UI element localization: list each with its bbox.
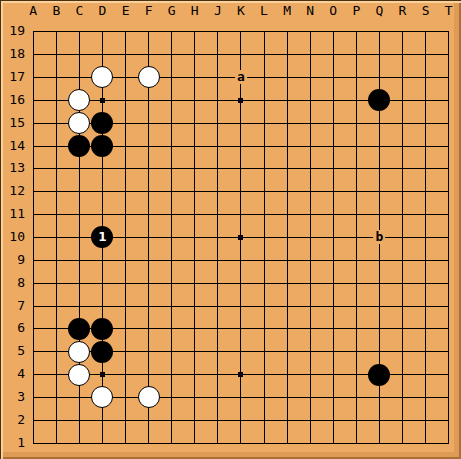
intersection-B15[interactable] <box>45 112 68 135</box>
intersection-R15[interactable] <box>391 112 414 135</box>
intersection-C12[interactable] <box>68 180 91 203</box>
intersection-K7[interactable] <box>229 295 252 318</box>
intersection-E16[interactable] <box>114 89 137 112</box>
intersection-B8[interactable] <box>45 272 68 295</box>
intersection-F10[interactable] <box>137 226 160 249</box>
intersection-C8[interactable] <box>68 272 91 295</box>
intersection-T3[interactable] <box>437 386 460 409</box>
intersection-F11[interactable] <box>137 203 160 226</box>
intersection-T12[interactable] <box>437 180 460 203</box>
intersection-E13[interactable] <box>114 157 137 180</box>
intersection-K18[interactable] <box>229 43 252 66</box>
intersection-F4[interactable] <box>137 363 160 386</box>
intersection-J8[interactable] <box>206 272 229 295</box>
intersection-R12[interactable] <box>391 180 414 203</box>
intersection-P12[interactable] <box>345 180 368 203</box>
intersection-J13[interactable] <box>206 157 229 180</box>
intersection-J12[interactable] <box>206 180 229 203</box>
intersection-T11[interactable] <box>437 203 460 226</box>
intersection-O4[interactable] <box>322 363 345 386</box>
intersection-A3[interactable] <box>22 386 45 409</box>
intersection-C16[interactable] <box>68 89 91 112</box>
intersection-P8[interactable] <box>345 272 368 295</box>
intersection-N1[interactable] <box>299 432 322 455</box>
intersection-A6[interactable] <box>22 317 45 340</box>
intersection-S8[interactable] <box>414 272 437 295</box>
intersection-R6[interactable] <box>391 317 414 340</box>
intersection-P2[interactable] <box>345 409 368 432</box>
intersection-N9[interactable] <box>299 249 322 272</box>
intersection-J17[interactable] <box>206 66 229 89</box>
intersection-S12[interactable] <box>414 180 437 203</box>
intersection-R5[interactable] <box>391 340 414 363</box>
intersection-S10[interactable] <box>414 226 437 249</box>
intersection-J18[interactable] <box>206 43 229 66</box>
intersection-Q4[interactable] <box>368 363 391 386</box>
intersection-P19[interactable] <box>345 20 368 43</box>
intersection-B11[interactable] <box>45 203 68 226</box>
intersection-J3[interactable] <box>206 386 229 409</box>
intersection-D9[interactable] <box>91 249 114 272</box>
intersection-H4[interactable] <box>183 363 206 386</box>
intersection-L16[interactable] <box>252 89 275 112</box>
intersection-C15[interactable] <box>68 112 91 135</box>
intersection-B19[interactable] <box>45 20 68 43</box>
intersection-M11[interactable] <box>276 203 299 226</box>
intersection-C1[interactable] <box>68 432 91 455</box>
intersection-G12[interactable] <box>160 180 183 203</box>
intersection-E7[interactable] <box>114 295 137 318</box>
intersection-K12[interactable] <box>229 180 252 203</box>
intersection-O17[interactable] <box>322 66 345 89</box>
intersection-J10[interactable] <box>206 226 229 249</box>
intersection-L14[interactable] <box>252 135 275 158</box>
intersection-Q12[interactable] <box>368 180 391 203</box>
intersection-O9[interactable] <box>322 249 345 272</box>
intersection-G8[interactable] <box>160 272 183 295</box>
intersection-Q13[interactable] <box>368 157 391 180</box>
intersection-G16[interactable] <box>160 89 183 112</box>
intersection-R2[interactable] <box>391 409 414 432</box>
intersection-E6[interactable] <box>114 317 137 340</box>
intersection-Q16[interactable] <box>368 89 391 112</box>
intersection-P10[interactable] <box>345 226 368 249</box>
intersection-K8[interactable] <box>229 272 252 295</box>
intersection-T4[interactable] <box>437 363 460 386</box>
intersection-K14[interactable] <box>229 135 252 158</box>
intersection-D7[interactable] <box>91 295 114 318</box>
intersection-O2[interactable] <box>322 409 345 432</box>
intersection-R11[interactable] <box>391 203 414 226</box>
intersection-D15[interactable] <box>91 112 114 135</box>
intersection-L2[interactable] <box>252 409 275 432</box>
intersection-H3[interactable] <box>183 386 206 409</box>
intersection-R4[interactable] <box>391 363 414 386</box>
intersection-Q7[interactable] <box>368 295 391 318</box>
intersection-S2[interactable] <box>414 409 437 432</box>
intersection-D6[interactable] <box>91 317 114 340</box>
intersection-S15[interactable] <box>414 112 437 135</box>
intersection-T15[interactable] <box>437 112 460 135</box>
intersection-F16[interactable] <box>137 89 160 112</box>
intersection-B13[interactable] <box>45 157 68 180</box>
intersection-H8[interactable] <box>183 272 206 295</box>
intersection-A8[interactable] <box>22 272 45 295</box>
intersection-T18[interactable] <box>437 43 460 66</box>
intersection-N7[interactable] <box>299 295 322 318</box>
intersection-A15[interactable] <box>22 112 45 135</box>
intersection-G13[interactable] <box>160 157 183 180</box>
intersection-R14[interactable] <box>391 135 414 158</box>
intersection-G1[interactable] <box>160 432 183 455</box>
intersection-P15[interactable] <box>345 112 368 135</box>
intersection-A10[interactable] <box>22 226 45 249</box>
intersection-J7[interactable] <box>206 295 229 318</box>
intersection-N14[interactable] <box>299 135 322 158</box>
intersection-D17[interactable] <box>91 66 114 89</box>
intersection-M14[interactable] <box>276 135 299 158</box>
intersection-C19[interactable] <box>68 20 91 43</box>
intersection-R10[interactable] <box>391 226 414 249</box>
intersection-A5[interactable] <box>22 340 45 363</box>
intersection-S16[interactable] <box>414 89 437 112</box>
intersection-A2[interactable] <box>22 409 45 432</box>
intersection-Q10[interactable]: b <box>368 226 391 249</box>
intersection-G9[interactable] <box>160 249 183 272</box>
intersection-M17[interactable] <box>276 66 299 89</box>
intersection-Q3[interactable] <box>368 386 391 409</box>
intersection-B1[interactable] <box>45 432 68 455</box>
intersection-E17[interactable] <box>114 66 137 89</box>
intersection-P4[interactable] <box>345 363 368 386</box>
intersection-T5[interactable] <box>437 340 460 363</box>
intersection-H9[interactable] <box>183 249 206 272</box>
intersection-O3[interactable] <box>322 386 345 409</box>
intersection-G18[interactable] <box>160 43 183 66</box>
intersection-P17[interactable] <box>345 66 368 89</box>
intersection-L19[interactable] <box>252 20 275 43</box>
intersection-O12[interactable] <box>322 180 345 203</box>
intersection-P9[interactable] <box>345 249 368 272</box>
intersection-Q18[interactable] <box>368 43 391 66</box>
intersection-J6[interactable] <box>206 317 229 340</box>
intersection-M9[interactable] <box>276 249 299 272</box>
intersection-L5[interactable] <box>252 340 275 363</box>
intersection-K3[interactable] <box>229 386 252 409</box>
intersection-J14[interactable] <box>206 135 229 158</box>
intersection-C18[interactable] <box>68 43 91 66</box>
intersection-E1[interactable] <box>114 432 137 455</box>
intersection-N12[interactable] <box>299 180 322 203</box>
intersection-R13[interactable] <box>391 157 414 180</box>
intersection-R8[interactable] <box>391 272 414 295</box>
intersection-F7[interactable] <box>137 295 160 318</box>
intersection-M1[interactable] <box>276 432 299 455</box>
intersection-S13[interactable] <box>414 157 437 180</box>
intersection-O8[interactable] <box>322 272 345 295</box>
intersection-A14[interactable] <box>22 135 45 158</box>
intersection-K11[interactable] <box>229 203 252 226</box>
intersection-S18[interactable] <box>414 43 437 66</box>
intersection-C13[interactable] <box>68 157 91 180</box>
intersection-A1[interactable] <box>22 432 45 455</box>
intersection-R7[interactable] <box>391 295 414 318</box>
intersection-F14[interactable] <box>137 135 160 158</box>
intersection-O1[interactable] <box>322 432 345 455</box>
intersection-N4[interactable] <box>299 363 322 386</box>
intersection-L13[interactable] <box>252 157 275 180</box>
intersection-M19[interactable] <box>276 20 299 43</box>
intersection-G14[interactable] <box>160 135 183 158</box>
intersection-K19[interactable] <box>229 20 252 43</box>
intersection-H7[interactable] <box>183 295 206 318</box>
intersection-E4[interactable] <box>114 363 137 386</box>
intersection-F9[interactable] <box>137 249 160 272</box>
intersection-C10[interactable] <box>68 226 91 249</box>
intersection-T2[interactable] <box>437 409 460 432</box>
intersection-K16[interactable] <box>229 89 252 112</box>
intersection-N6[interactable] <box>299 317 322 340</box>
intersection-Q15[interactable] <box>368 112 391 135</box>
intersection-G11[interactable] <box>160 203 183 226</box>
intersection-L9[interactable] <box>252 249 275 272</box>
intersection-B4[interactable] <box>45 363 68 386</box>
intersection-T8[interactable] <box>437 272 460 295</box>
intersection-F5[interactable] <box>137 340 160 363</box>
intersection-B2[interactable] <box>45 409 68 432</box>
intersection-L17[interactable] <box>252 66 275 89</box>
intersection-O16[interactable] <box>322 89 345 112</box>
intersection-G19[interactable] <box>160 20 183 43</box>
intersection-L11[interactable] <box>252 203 275 226</box>
intersection-P16[interactable] <box>345 89 368 112</box>
intersection-N11[interactable] <box>299 203 322 226</box>
intersection-M12[interactable] <box>276 180 299 203</box>
intersection-J9[interactable] <box>206 249 229 272</box>
intersection-Q6[interactable] <box>368 317 391 340</box>
intersection-F1[interactable] <box>137 432 160 455</box>
intersection-B14[interactable] <box>45 135 68 158</box>
intersection-P11[interactable] <box>345 203 368 226</box>
intersection-K10[interactable] <box>229 226 252 249</box>
intersection-F17[interactable] <box>137 66 160 89</box>
intersection-S5[interactable] <box>414 340 437 363</box>
intersection-F2[interactable] <box>137 409 160 432</box>
intersection-D14[interactable] <box>91 135 114 158</box>
intersection-M10[interactable] <box>276 226 299 249</box>
intersection-F13[interactable] <box>137 157 160 180</box>
intersection-M15[interactable] <box>276 112 299 135</box>
intersection-P3[interactable] <box>345 386 368 409</box>
intersection-N5[interactable] <box>299 340 322 363</box>
intersection-C17[interactable] <box>68 66 91 89</box>
intersection-K9[interactable] <box>229 249 252 272</box>
intersection-T19[interactable] <box>437 20 460 43</box>
intersection-D4[interactable] <box>91 363 114 386</box>
intersection-M16[interactable] <box>276 89 299 112</box>
intersection-P6[interactable] <box>345 317 368 340</box>
intersection-N19[interactable] <box>299 20 322 43</box>
intersection-C9[interactable] <box>68 249 91 272</box>
intersection-D8[interactable] <box>91 272 114 295</box>
intersection-M2[interactable] <box>276 409 299 432</box>
intersection-P18[interactable] <box>345 43 368 66</box>
intersection-K6[interactable] <box>229 317 252 340</box>
intersection-T14[interactable] <box>437 135 460 158</box>
intersection-H16[interactable] <box>183 89 206 112</box>
intersection-L1[interactable] <box>252 432 275 455</box>
intersection-K1[interactable] <box>229 432 252 455</box>
intersection-K5[interactable] <box>229 340 252 363</box>
intersection-L6[interactable] <box>252 317 275 340</box>
intersection-N13[interactable] <box>299 157 322 180</box>
intersection-F12[interactable] <box>137 180 160 203</box>
intersection-H13[interactable] <box>183 157 206 180</box>
intersection-N3[interactable] <box>299 386 322 409</box>
intersection-G10[interactable] <box>160 226 183 249</box>
intersection-F3[interactable] <box>137 386 160 409</box>
intersection-H1[interactable] <box>183 432 206 455</box>
intersection-B10[interactable] <box>45 226 68 249</box>
intersection-R19[interactable] <box>391 20 414 43</box>
intersection-S11[interactable] <box>414 203 437 226</box>
intersection-C7[interactable] <box>68 295 91 318</box>
intersection-G3[interactable] <box>160 386 183 409</box>
intersection-Q1[interactable] <box>368 432 391 455</box>
intersection-M5[interactable] <box>276 340 299 363</box>
intersection-B12[interactable] <box>45 180 68 203</box>
intersection-O18[interactable] <box>322 43 345 66</box>
intersection-T17[interactable] <box>437 66 460 89</box>
intersection-F19[interactable] <box>137 20 160 43</box>
intersection-O19[interactable] <box>322 20 345 43</box>
intersection-G2[interactable] <box>160 409 183 432</box>
intersection-N16[interactable] <box>299 89 322 112</box>
intersection-T13[interactable] <box>437 157 460 180</box>
intersection-A9[interactable] <box>22 249 45 272</box>
intersection-B3[interactable] <box>45 386 68 409</box>
intersection-O6[interactable] <box>322 317 345 340</box>
intersection-C3[interactable] <box>68 386 91 409</box>
intersection-B9[interactable] <box>45 249 68 272</box>
intersection-E9[interactable] <box>114 249 137 272</box>
intersection-R1[interactable] <box>391 432 414 455</box>
intersection-J4[interactable] <box>206 363 229 386</box>
intersection-R16[interactable] <box>391 89 414 112</box>
intersection-M4[interactable] <box>276 363 299 386</box>
intersection-K15[interactable] <box>229 112 252 135</box>
intersection-D10[interactable]: 1 <box>91 226 114 249</box>
intersection-D2[interactable] <box>91 409 114 432</box>
intersection-E15[interactable] <box>114 112 137 135</box>
intersection-O13[interactable] <box>322 157 345 180</box>
intersection-A17[interactable] <box>22 66 45 89</box>
intersection-S19[interactable] <box>414 20 437 43</box>
intersection-E3[interactable] <box>114 386 137 409</box>
intersection-E10[interactable] <box>114 226 137 249</box>
intersection-L3[interactable] <box>252 386 275 409</box>
intersection-S9[interactable] <box>414 249 437 272</box>
intersection-M3[interactable] <box>276 386 299 409</box>
intersection-T9[interactable] <box>437 249 460 272</box>
intersection-E2[interactable] <box>114 409 137 432</box>
intersection-H6[interactable] <box>183 317 206 340</box>
intersection-R3[interactable] <box>391 386 414 409</box>
intersection-D18[interactable] <box>91 43 114 66</box>
intersection-C11[interactable] <box>68 203 91 226</box>
intersection-H11[interactable] <box>183 203 206 226</box>
intersection-H12[interactable] <box>183 180 206 203</box>
intersection-S7[interactable] <box>414 295 437 318</box>
intersection-O10[interactable] <box>322 226 345 249</box>
intersection-N17[interactable] <box>299 66 322 89</box>
intersection-T1[interactable] <box>437 432 460 455</box>
intersection-L7[interactable] <box>252 295 275 318</box>
intersection-T6[interactable] <box>437 317 460 340</box>
intersection-J2[interactable] <box>206 409 229 432</box>
intersection-O7[interactable] <box>322 295 345 318</box>
intersection-L18[interactable] <box>252 43 275 66</box>
intersection-B18[interactable] <box>45 43 68 66</box>
intersection-D3[interactable] <box>91 386 114 409</box>
intersection-B16[interactable] <box>45 89 68 112</box>
intersection-B17[interactable] <box>45 66 68 89</box>
intersection-E14[interactable] <box>114 135 137 158</box>
intersection-J11[interactable] <box>206 203 229 226</box>
intersection-C14[interactable] <box>68 135 91 158</box>
intersection-B5[interactable] <box>45 340 68 363</box>
intersection-J5[interactable] <box>206 340 229 363</box>
intersection-B7[interactable] <box>45 295 68 318</box>
intersection-Q9[interactable] <box>368 249 391 272</box>
intersection-S14[interactable] <box>414 135 437 158</box>
intersection-T16[interactable] <box>437 89 460 112</box>
intersection-M18[interactable] <box>276 43 299 66</box>
intersection-A4[interactable] <box>22 363 45 386</box>
intersection-N15[interactable] <box>299 112 322 135</box>
intersection-C5[interactable] <box>68 340 91 363</box>
intersection-H19[interactable] <box>183 20 206 43</box>
intersection-C4[interactable] <box>68 363 91 386</box>
intersection-L4[interactable] <box>252 363 275 386</box>
intersection-H15[interactable] <box>183 112 206 135</box>
intersection-C6[interactable] <box>68 317 91 340</box>
intersection-O14[interactable] <box>322 135 345 158</box>
intersection-B6[interactable] <box>45 317 68 340</box>
intersection-N18[interactable] <box>299 43 322 66</box>
intersection-G4[interactable] <box>160 363 183 386</box>
intersection-H10[interactable] <box>183 226 206 249</box>
intersection-E18[interactable] <box>114 43 137 66</box>
intersection-G17[interactable] <box>160 66 183 89</box>
intersection-O15[interactable] <box>322 112 345 135</box>
intersection-S17[interactable] <box>414 66 437 89</box>
intersection-P1[interactable] <box>345 432 368 455</box>
intersection-D19[interactable] <box>91 20 114 43</box>
intersection-J19[interactable] <box>206 20 229 43</box>
intersection-F8[interactable] <box>137 272 160 295</box>
intersection-R17[interactable] <box>391 66 414 89</box>
intersection-L12[interactable] <box>252 180 275 203</box>
intersection-A16[interactable] <box>22 89 45 112</box>
intersection-D16[interactable] <box>91 89 114 112</box>
intersection-G7[interactable] <box>160 295 183 318</box>
intersection-E12[interactable] <box>114 180 137 203</box>
intersection-L10[interactable] <box>252 226 275 249</box>
intersection-Q2[interactable] <box>368 409 391 432</box>
intersection-M13[interactable] <box>276 157 299 180</box>
intersection-A11[interactable] <box>22 203 45 226</box>
